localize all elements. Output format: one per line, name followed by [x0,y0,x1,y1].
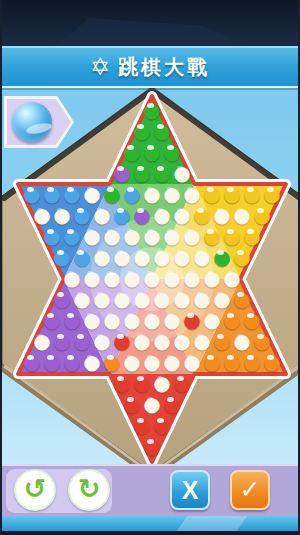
marble-orange[interactable]: ● [262,352,282,372]
marble-green[interactable]: ● [162,142,182,162]
marble-orange[interactable]: ● [232,289,252,309]
empty-hole[interactable]: ● [82,310,102,330]
marble-yellow[interactable]: ● [192,205,212,225]
marble-green[interactable]: ● [132,163,152,183]
marble-yellow[interactable]: ● [202,184,222,204]
empty-hole[interactable]: ● [192,247,212,267]
empty-hole[interactable]: ● [122,226,142,246]
empty-hole[interactable]: ● [162,184,182,204]
empty-hole[interactable]: ● [112,247,132,267]
marble-purple[interactable]: ● [72,331,92,351]
empty-hole[interactable]: ● [82,184,102,204]
marble-orange[interactable]: ● [242,352,262,372]
empty-hole[interactable]: ● [162,268,182,288]
empty-hole[interactable]: ● [102,226,122,246]
empty-hole[interactable]: ● [132,289,152,309]
marble-red[interactable]: ● [112,373,132,393]
top-letterbox-bar [2,0,298,46]
empty-hole[interactable]: ● [82,268,102,288]
empty-hole[interactable]: ● [162,226,182,246]
marble-purple[interactable]: ● [22,352,42,372]
empty-hole[interactable]: ● [122,352,142,372]
empty-hole[interactable]: ● [182,352,202,372]
title-bar: ✡ 跳棋大戰 [2,46,298,88]
redo-button[interactable]: ↻ [68,469,110,511]
hexagram-star-icon: ✡ [90,55,110,79]
empty-hole[interactable]: ● [222,268,242,288]
empty-hole[interactable]: ● [122,268,142,288]
empty-hole[interactable]: ● [142,226,162,246]
empty-hole[interactable]: ● [182,268,202,288]
empty-hole[interactable]: ● [152,331,172,351]
marble-yellow[interactable]: ● [232,247,252,267]
marble-purple[interactable]: ● [52,331,72,351]
empty-hole[interactable]: ● [152,289,172,309]
empty-hole[interactable]: ● [192,331,212,351]
marble-green[interactable]: ● [142,142,162,162]
marble-red[interactable]: ● [172,373,192,393]
marble-green[interactable]: ● [132,121,152,141]
empty-hole[interactable]: ● [132,331,152,351]
marble-red[interactable]: ● [152,415,172,435]
empty-hole[interactable]: ● [82,226,102,246]
marble-green[interactable]: ● [212,247,232,267]
empty-hole[interactable]: ● [62,268,82,288]
empty-hole[interactable]: ● [162,352,182,372]
empty-hole[interactable]: ● [202,268,222,288]
marble-red[interactable]: ● [112,331,132,351]
empty-hole[interactable]: ● [132,247,152,267]
empty-hole[interactable]: ● [232,205,252,225]
marble-red[interactable]: ● [142,436,162,456]
empty-hole[interactable]: ● [182,184,202,204]
marble-blue[interactable]: ● [22,184,42,204]
marble-purple[interactable]: ● [62,310,82,330]
marble-green[interactable]: ● [122,142,142,162]
marble-yellow[interactable]: ● [202,226,222,246]
empty-hole[interactable]: ● [202,310,222,330]
empty-hole[interactable]: ● [102,310,122,330]
marble-yellow[interactable]: ● [242,226,262,246]
marble-blue[interactable]: ● [42,184,62,204]
empty-hole[interactable]: ● [182,226,202,246]
background-ridge [55,18,244,46]
control-bar: ↺ ↻ X ✓ [2,464,298,516]
empty-hole[interactable]: ● [172,163,192,183]
empty-hole[interactable]: ● [142,310,162,330]
footer-dark-edge [2,531,298,535]
empty-hole[interactable]: ● [152,205,172,225]
marble-green[interactable]: ● [102,184,122,204]
marble-green[interactable]: ● [152,163,172,183]
marble-orange[interactable]: ● [252,331,272,351]
marble-purple[interactable]: ● [42,352,62,372]
empty-hole[interactable]: ● [232,331,252,351]
empty-hole[interactable]: ● [92,247,112,267]
empty-hole[interactable]: ● [212,205,232,225]
empty-hole[interactable]: ● [102,268,122,288]
marble-blue[interactable]: ● [122,184,142,204]
empty-hole[interactable]: ● [152,247,172,267]
empty-hole[interactable]: ● [122,310,142,330]
empty-hole[interactable]: ● [142,268,162,288]
empty-hole[interactable]: ● [92,289,112,309]
marble-orange[interactable]: ● [222,352,242,372]
marble-yellow[interactable]: ● [222,226,242,246]
marble-blue[interactable]: ● [62,184,82,204]
marble-purple[interactable]: ● [52,289,72,309]
marble-blue[interactable]: ● [112,205,132,225]
marble-red[interactable]: ● [182,310,202,330]
marble-purple[interactable]: ● [112,163,132,183]
marble-orange[interactable]: ● [222,310,242,330]
footer-strip-slash [177,516,248,531]
empty-hole[interactable]: ● [92,331,112,351]
cancel-button[interactable]: X [170,470,210,510]
empty-hole[interactable]: ● [152,373,172,393]
marble-orange[interactable]: ● [202,352,222,372]
empty-hole[interactable]: ● [192,289,212,309]
marble-yellow[interactable]: ● [242,184,262,204]
empty-hole[interactable]: ● [142,184,162,204]
undo-button[interactable]: ↺ [14,469,56,511]
marble-green[interactable]: ● [142,100,162,120]
marble-red[interactable]: ● [122,394,142,414]
marble-purple[interactable]: ● [132,205,152,225]
empty-hole[interactable]: ● [112,289,132,309]
empty-hole[interactable]: ● [32,331,52,351]
empty-hole[interactable]: ● [82,352,102,372]
marble-blue[interactable]: ● [72,205,92,225]
empty-hole[interactable]: ● [172,289,192,309]
empty-hole[interactable]: ● [172,331,192,351]
marble-purple[interactable]: ● [42,310,62,330]
marble-blue[interactable]: ● [42,226,62,246]
empty-hole[interactable]: ● [32,205,52,225]
marble-green[interactable]: ● [152,121,172,141]
empty-hole[interactable]: ● [52,205,72,225]
empty-hole[interactable]: ● [72,289,92,309]
empty-hole[interactable]: ● [172,205,192,225]
page-title: 跳棋大戰 [118,54,210,81]
confirm-button[interactable]: ✓ [230,470,270,510]
empty-hole[interactable]: ● [162,310,182,330]
marble-orange[interactable]: ● [212,331,232,351]
marble-red[interactable]: ● [132,373,152,393]
empty-hole[interactable]: ● [142,394,162,414]
marble-blue[interactable]: ● [62,226,82,246]
marble-yellow[interactable]: ● [262,184,282,204]
marble-orange[interactable]: ● [102,352,122,372]
marble-blue[interactable]: ● [72,247,92,267]
marble-red[interactable]: ● [132,415,152,435]
empty-hole[interactable]: ● [212,289,232,309]
marble-red[interactable]: ● [162,394,182,414]
marble-yellow[interactable]: ● [252,205,272,225]
empty-hole[interactable]: ● [142,352,162,372]
empty-hole[interactable]: ● [172,247,192,267]
marble-orange[interactable]: ● [242,310,262,330]
empty-hole[interactable]: ● [92,205,112,225]
marble-purple[interactable]: ● [62,352,82,372]
marble-yellow[interactable]: ● [222,184,242,204]
current-player-marble-blue [12,102,52,142]
footer-strip [2,516,298,531]
marble-blue[interactable]: ● [52,247,72,267]
